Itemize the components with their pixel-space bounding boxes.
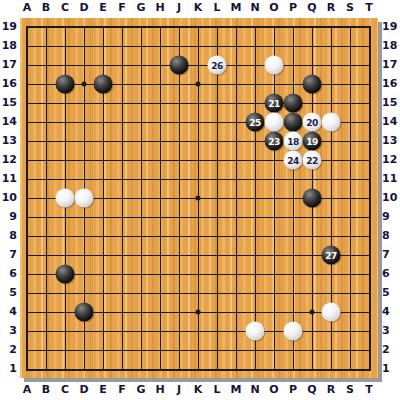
- coord-label-right-12: 12: [382, 153, 399, 167]
- coord-label-left-10: 10: [0, 191, 17, 205]
- coord-label-left-19: 19: [0, 20, 17, 34]
- coord-label-right-7: 7: [382, 248, 399, 262]
- black-stone-n14[interactable]: 25: [246, 113, 265, 132]
- coord-label-top-g: G: [131, 1, 151, 15]
- coord-label-left-7: 7: [0, 248, 17, 262]
- grid-line-vertical: [217, 27, 218, 370]
- coord-label-bottom-h: H: [150, 383, 170, 397]
- coord-label-right-9: 9: [382, 210, 399, 224]
- coord-label-top-t: T: [359, 1, 379, 15]
- coord-label-right-19: 19: [382, 20, 399, 34]
- coord-label-bottom-f: F: [112, 383, 132, 397]
- coord-label-right-1: 1: [382, 362, 399, 376]
- move-number: 20: [306, 117, 318, 127]
- go-board-diagram: AABBCCDDEEFFGGHHJJKKLLMMNNOOPPQQRRSSTT19…: [0, 0, 400, 400]
- white-stone-r4[interactable]: [322, 303, 341, 322]
- coord-label-top-l: L: [207, 1, 227, 15]
- star-point-k4: [196, 310, 201, 315]
- star-point-d16: [82, 82, 87, 87]
- coord-label-bottom-q: Q: [302, 383, 322, 397]
- coord-label-top-q: Q: [302, 1, 322, 15]
- coord-label-left-2: 2: [0, 343, 17, 357]
- coord-label-top-o: O: [264, 1, 284, 15]
- star-point-q4: [310, 310, 315, 315]
- grid-line-horizontal: [27, 255, 370, 256]
- white-stone-q14[interactable]: 20: [303, 113, 322, 132]
- coord-label-bottom-t: T: [359, 383, 379, 397]
- coord-label-left-6: 6: [0, 267, 17, 281]
- grid-line-horizontal: [27, 293, 370, 294]
- coord-label-top-r: R: [321, 1, 341, 15]
- coord-label-left-4: 4: [0, 305, 17, 319]
- white-stone-d10[interactable]: [75, 189, 94, 208]
- white-stone-l17[interactable]: 26: [208, 56, 227, 75]
- coord-label-right-8: 8: [382, 229, 399, 243]
- coord-label-top-p: P: [283, 1, 303, 15]
- coord-label-bottom-o: O: [264, 383, 284, 397]
- grid-line-vertical: [369, 27, 370, 370]
- coord-label-left-9: 9: [0, 210, 17, 224]
- coord-label-bottom-c: C: [55, 383, 75, 397]
- white-stone-c10[interactable]: [56, 189, 75, 208]
- white-stone-p3[interactable]: [284, 322, 303, 341]
- star-point-k16: [196, 82, 201, 87]
- black-stone-p14[interactable]: [284, 113, 303, 132]
- white-stone-p13[interactable]: 18: [284, 132, 303, 151]
- move-number: 23: [268, 136, 280, 146]
- move-number: 21: [268, 98, 280, 108]
- grid-line-horizontal: [27, 331, 370, 332]
- black-stone-q13[interactable]: 19: [303, 132, 322, 151]
- coord-label-top-s: S: [340, 1, 360, 15]
- coord-label-right-16: 16: [382, 77, 399, 91]
- coord-label-right-10: 10: [382, 191, 399, 205]
- black-stone-o13[interactable]: 23: [265, 132, 284, 151]
- coord-label-left-14: 14: [0, 115, 17, 129]
- grid-line-horizontal: [27, 274, 370, 275]
- white-stone-o17[interactable]: [265, 56, 284, 75]
- black-stone-r7[interactable]: 27: [322, 246, 341, 265]
- white-stone-p12[interactable]: 24: [284, 151, 303, 170]
- grid-line-horizontal: [27, 369, 370, 370]
- coord-label-left-5: 5: [0, 286, 17, 300]
- grid-line-horizontal: [27, 217, 370, 218]
- coord-label-left-13: 13: [0, 134, 17, 148]
- coord-label-bottom-k: K: [188, 383, 208, 397]
- coord-label-bottom-a: A: [17, 383, 37, 397]
- move-number: 18: [287, 136, 299, 146]
- coord-label-left-8: 8: [0, 229, 17, 243]
- coord-label-top-b: B: [36, 1, 56, 15]
- white-stone-o14[interactable]: [265, 113, 284, 132]
- coord-label-left-18: 18: [0, 39, 17, 53]
- grid-line-horizontal: [27, 350, 370, 351]
- coord-label-top-k: K: [188, 1, 208, 15]
- grid-line-vertical: [274, 27, 275, 370]
- black-stone-q10[interactable]: [303, 189, 322, 208]
- coord-label-bottom-p: P: [283, 383, 303, 397]
- coord-label-bottom-s: S: [340, 383, 360, 397]
- coord-label-right-13: 13: [382, 134, 399, 148]
- black-stone-c6[interactable]: [56, 265, 75, 284]
- board-grid[interactable]: 21252319272620182422: [27, 27, 370, 370]
- coord-label-top-m: M: [226, 1, 246, 15]
- black-stone-d4[interactable]: [75, 303, 94, 322]
- coord-label-left-17: 17: [0, 58, 17, 72]
- grid-line-vertical: [236, 27, 237, 370]
- coord-label-top-j: J: [169, 1, 189, 15]
- coord-label-top-d: D: [74, 1, 94, 15]
- coord-label-bottom-r: R: [321, 383, 341, 397]
- coord-label-left-15: 15: [0, 96, 17, 110]
- grid-line-vertical: [293, 27, 294, 370]
- white-stone-q12[interactable]: 22: [303, 151, 322, 170]
- black-stone-q16[interactable]: [303, 75, 322, 94]
- white-stone-n3[interactable]: [246, 322, 265, 341]
- coord-label-left-12: 12: [0, 153, 17, 167]
- move-number: 24: [287, 155, 299, 165]
- coord-label-bottom-b: B: [36, 383, 56, 397]
- coord-label-bottom-e: E: [93, 383, 113, 397]
- move-number: 26: [211, 60, 223, 70]
- coord-label-bottom-l: L: [207, 383, 227, 397]
- coord-label-right-2: 2: [382, 343, 399, 357]
- grid-line-horizontal: [27, 236, 370, 237]
- coord-label-top-f: F: [112, 1, 132, 15]
- move-number: 19: [306, 136, 318, 146]
- move-number: 22: [306, 155, 318, 165]
- black-stone-p15[interactable]: [284, 94, 303, 113]
- coord-label-right-4: 4: [382, 305, 399, 319]
- coord-label-bottom-g: G: [131, 383, 151, 397]
- white-stone-r14[interactable]: [322, 113, 341, 132]
- coord-label-top-h: H: [150, 1, 170, 15]
- coord-label-left-16: 16: [0, 77, 17, 91]
- black-stone-o15[interactable]: 21: [265, 94, 284, 113]
- coord-label-right-11: 11: [382, 172, 399, 186]
- coord-label-right-17: 17: [382, 58, 399, 72]
- move-number: 27: [325, 250, 337, 260]
- grid-line-vertical: [255, 27, 256, 370]
- coord-label-bottom-n: N: [245, 383, 265, 397]
- coord-label-right-5: 5: [382, 286, 399, 300]
- coord-label-top-c: C: [55, 1, 75, 15]
- coord-label-top-e: E: [93, 1, 113, 15]
- coord-label-top-a: A: [17, 1, 37, 15]
- coord-label-right-15: 15: [382, 96, 399, 110]
- black-stone-j17[interactable]: [170, 56, 189, 75]
- coord-label-right-14: 14: [382, 115, 399, 129]
- coord-label-left-1: 1: [0, 362, 17, 376]
- coord-label-left-11: 11: [0, 172, 17, 186]
- black-stone-c16[interactable]: [56, 75, 75, 94]
- coord-label-bottom-m: M: [226, 383, 246, 397]
- coord-label-left-3: 3: [0, 324, 17, 338]
- star-point-k10: [196, 196, 201, 201]
- black-stone-e16[interactable]: [94, 75, 113, 94]
- coord-label-right-6: 6: [382, 267, 399, 281]
- coord-label-top-n: N: [245, 1, 265, 15]
- coord-label-right-3: 3: [382, 324, 399, 338]
- coord-label-bottom-d: D: [74, 383, 94, 397]
- coord-label-bottom-j: J: [169, 383, 189, 397]
- move-number: 25: [249, 117, 261, 127]
- coord-label-right-18: 18: [382, 39, 399, 53]
- grid-line-vertical: [350, 27, 351, 370]
